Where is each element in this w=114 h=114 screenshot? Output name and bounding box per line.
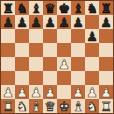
square-c3[interactable] [29, 71, 43, 85]
black-rook-piece: ♜ [2, 1, 14, 14]
square-c7[interactable]: ♟ [29, 15, 43, 29]
black-queen-piece: ♛ [44, 1, 56, 14]
white-pawn-piece: ♟ [44, 85, 56, 98]
black-pawn-piece: ♟ [16, 15, 28, 28]
square-f5[interactable] [71, 43, 85, 57]
black-bishop-piece: ♝ [72, 1, 84, 14]
square-e2[interactable] [57, 85, 71, 99]
square-g5[interactable] [85, 43, 99, 57]
square-e5[interactable] [57, 43, 71, 57]
square-g8[interactable]: ♞ [85, 1, 99, 15]
square-d8[interactable]: ♛ [43, 1, 57, 15]
white-king-piece: ♚ [58, 99, 70, 112]
square-h7[interactable]: ♟ [99, 15, 113, 29]
square-e3[interactable] [57, 71, 71, 85]
square-g7[interactable] [85, 15, 99, 29]
square-d4[interactable] [43, 57, 57, 71]
square-a2[interactable]: ♟ [1, 85, 15, 99]
square-a3[interactable] [1, 71, 15, 85]
white-rook-piece: ♜ [100, 99, 112, 112]
square-b7[interactable]: ♟ [15, 15, 29, 29]
square-a5[interactable] [1, 43, 15, 57]
white-rook-piece: ♜ [2, 99, 14, 112]
square-e6[interactable] [57, 29, 71, 43]
square-d7[interactable]: ♟ [43, 15, 57, 29]
square-f2[interactable]: ♟ [71, 85, 85, 99]
black-pawn-piece: ♟ [86, 29, 98, 42]
square-g6[interactable]: ♟ [85, 29, 99, 43]
square-b8[interactable]: ♞ [15, 1, 29, 15]
square-g3[interactable] [85, 71, 99, 85]
square-f6[interactable] [71, 29, 85, 43]
white-pawn-piece: ♟ [30, 85, 42, 98]
square-h6[interactable] [99, 29, 113, 43]
square-a6[interactable] [1, 29, 15, 43]
square-e1[interactable]: ♚ [57, 99, 71, 113]
square-c6[interactable] [29, 29, 43, 43]
white-pawn-piece: ♟ [2, 85, 14, 98]
square-b5[interactable] [15, 43, 29, 57]
square-e8[interactable]: ♚ [57, 1, 71, 15]
square-g4[interactable] [85, 57, 99, 71]
square-h8[interactable]: ♜ [99, 1, 113, 15]
square-b3[interactable] [15, 71, 29, 85]
black-pawn-piece: ♟ [44, 15, 56, 28]
white-pawn-piece: ♟ [58, 57, 70, 70]
square-c5[interactable] [29, 43, 43, 57]
square-f4[interactable] [71, 57, 85, 71]
square-c8[interactable]: ♝ [29, 1, 43, 15]
square-d2[interactable]: ♟ [43, 85, 57, 99]
square-h1[interactable]: ♜ [99, 99, 113, 113]
square-d1[interactable]: ♛ [43, 99, 57, 113]
square-c4[interactable] [29, 57, 43, 71]
square-h4[interactable] [99, 57, 113, 71]
square-d3[interactable] [43, 71, 57, 85]
white-knight-piece: ♞ [86, 99, 98, 112]
white-knight-piece: ♞ [16, 99, 28, 112]
square-h5[interactable] [99, 43, 113, 57]
square-b4[interactable] [15, 57, 29, 71]
square-f7[interactable]: ♟ [71, 15, 85, 29]
square-h3[interactable] [99, 71, 113, 85]
square-f1[interactable]: ♝ [71, 99, 85, 113]
square-b1[interactable]: ♞ [15, 99, 29, 113]
square-a8[interactable]: ♜ [1, 1, 15, 15]
square-g2[interactable]: ♟ [85, 85, 99, 99]
square-c1[interactable]: ♝ [29, 99, 43, 113]
square-g1[interactable]: ♞ [85, 99, 99, 113]
white-bishop-piece: ♝ [30, 99, 42, 112]
square-f3[interactable] [71, 71, 85, 85]
black-knight-piece: ♞ [16, 1, 28, 14]
white-queen-piece: ♛ [44, 99, 56, 112]
chess-board: ♜♞♝♛♚♝♞♜♟♟♟♟♟♟♟♟♟♟♟♟♟♟♟♟♜♞♝♛♚♝♞♜ [0, 0, 114, 114]
square-e7[interactable]: ♟ [57, 15, 71, 29]
square-d5[interactable] [43, 43, 57, 57]
square-c2[interactable]: ♟ [29, 85, 43, 99]
black-pawn-piece: ♟ [72, 15, 84, 28]
black-king-piece: ♚ [58, 1, 70, 14]
square-a7[interactable]: ♟ [1, 15, 15, 29]
white-pawn-piece: ♟ [16, 85, 28, 98]
square-f8[interactable]: ♝ [71, 1, 85, 15]
black-knight-piece: ♞ [86, 1, 98, 14]
black-pawn-piece: ♟ [100, 15, 112, 28]
white-bishop-piece: ♝ [72, 99, 84, 112]
black-pawn-piece: ♟ [30, 15, 42, 28]
white-pawn-piece: ♟ [86, 85, 98, 98]
square-e4[interactable]: ♟ [57, 57, 71, 71]
black-pawn-piece: ♟ [2, 15, 14, 28]
square-a4[interactable] [1, 57, 15, 71]
square-b6[interactable] [15, 29, 29, 43]
square-d6[interactable] [43, 29, 57, 43]
square-b2[interactable]: ♟ [15, 85, 29, 99]
square-a1[interactable]: ♜ [1, 99, 15, 113]
black-pawn-piece: ♟ [58, 15, 70, 28]
black-bishop-piece: ♝ [30, 1, 42, 14]
black-rook-piece: ♜ [100, 1, 112, 14]
white-pawn-piece: ♟ [72, 85, 84, 98]
white-pawn-piece: ♟ [100, 85, 112, 98]
square-h2[interactable]: ♟ [99, 85, 113, 99]
